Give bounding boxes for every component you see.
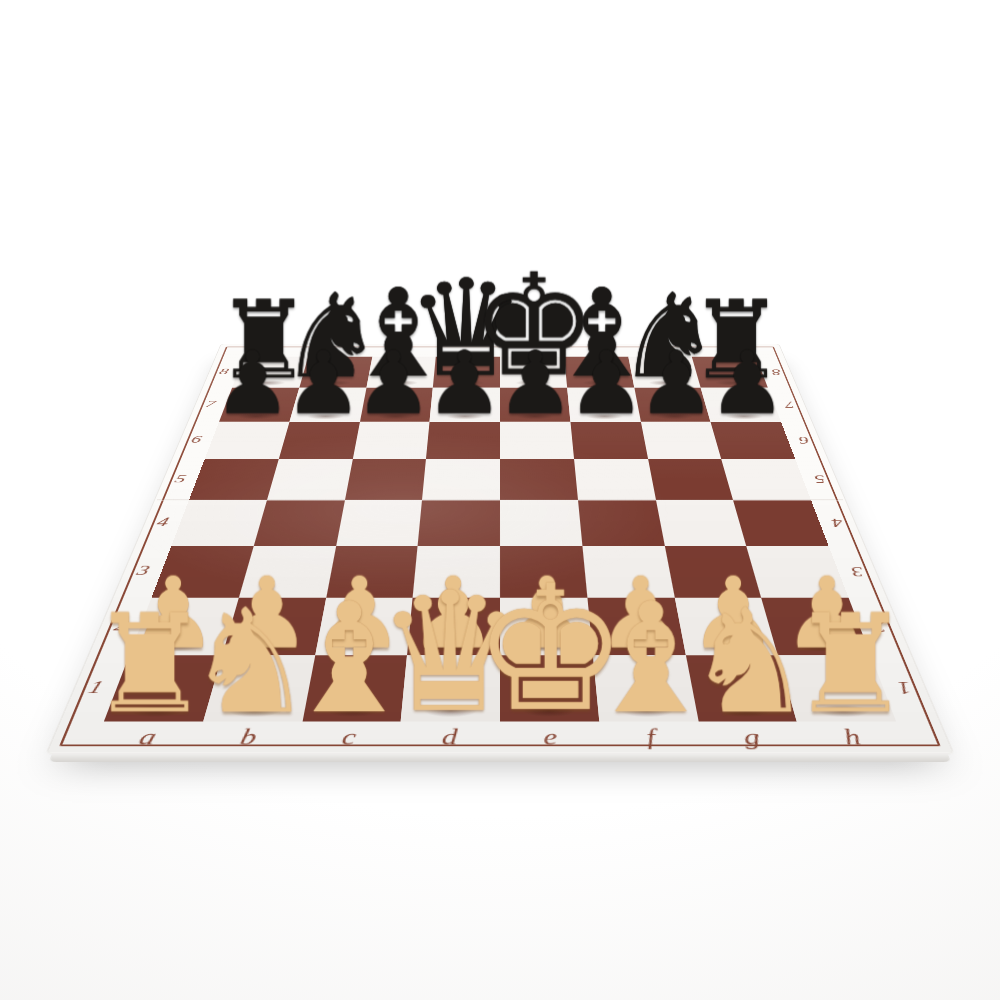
square-c7[interactable]: ♟ — [360, 388, 433, 422]
chess-set-scene: ♜♞♝♛♚♝♞♜♟♟♟♟♟♟♟♟♟♟♟♟♟♟♟♟♜♞♝♛♚♝♞♜ abcdefg… — [0, 0, 1000, 1000]
piece-black-pawn-b7[interactable]: ♟ — [284, 339, 362, 426]
square-d7[interactable]: ♟ — [430, 388, 500, 422]
chess-board: ♜♞♝♛♚♝♞♜♟♟♟♟♟♟♟♟♟♟♟♟♟♟♟♟♜♞♝♛♚♝♞♜ abcdefg… — [47, 344, 953, 753]
square-h1[interactable]: ♜ — [778, 655, 896, 721]
square-h7[interactable]: ♟ — [701, 388, 781, 422]
piece-black-pawn-c7[interactable]: ♟ — [355, 339, 433, 426]
square-e7[interactable]: ♟ — [500, 388, 570, 422]
square-e1[interactable]: ♚ — [500, 655, 599, 721]
piece-black-pawn-h7[interactable]: ♟ — [708, 339, 786, 426]
board-edge — [49, 753, 952, 762]
fold-line — [156, 499, 843, 501]
piece-white-king-e1[interactable]: ♚ — [473, 563, 628, 736]
piece-black-pawn-f7[interactable]: ♟ — [567, 339, 645, 426]
square-g7[interactable]: ♟ — [634, 388, 711, 422]
piece-white-rook-h1[interactable]: ♜ — [789, 597, 911, 734]
piece-black-pawn-a7[interactable]: ♟ — [213, 339, 291, 426]
board-tilt: ♜♞♝♛♚♝♞♜♟♟♟♟♟♟♟♟♟♟♟♟♟♟♟♟♜♞♝♛♚♝♞♜ abcdefg… — [47, 344, 953, 753]
piece-black-pawn-g7[interactable]: ♟ — [638, 339, 716, 426]
piece-black-pawn-d7[interactable]: ♟ — [426, 339, 504, 426]
square-f7[interactable]: ♟ — [567, 388, 640, 422]
piece-black-pawn-e7[interactable]: ♟ — [496, 339, 574, 426]
